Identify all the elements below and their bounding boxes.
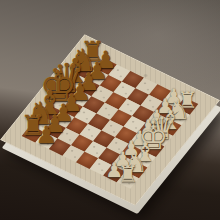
chess-set-photo: ♜♞♝♛♚♝♞♜♟♟♟♟♟♟♟♟♟♟♟♟♟♟♟♟♜♞♝♛♚♝♞♜ (0, 0, 220, 220)
chess-board (0, 34, 220, 206)
